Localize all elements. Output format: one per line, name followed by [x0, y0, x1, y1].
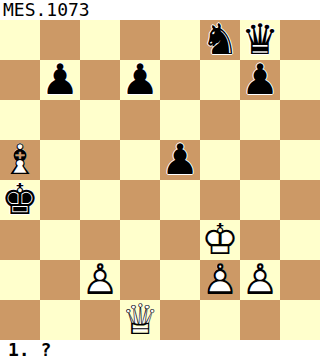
- square-g7[interactable]: ♟: [240, 60, 280, 100]
- square-e6[interactable]: [160, 100, 200, 140]
- square-a5[interactable]: ♝♗: [0, 140, 40, 180]
- square-g5[interactable]: [240, 140, 280, 180]
- square-h5[interactable]: [280, 140, 320, 180]
- square-e5[interactable]: ♟: [160, 140, 200, 180]
- piece-fill: ♚: [0, 180, 40, 220]
- square-c4[interactable]: [80, 180, 120, 220]
- piece-fill: ♟: [40, 60, 80, 100]
- square-b8[interactable]: [40, 20, 80, 60]
- piece-fill: ♟: [240, 60, 280, 100]
- square-b3[interactable]: [40, 220, 80, 260]
- square-f1[interactable]: [200, 300, 240, 340]
- square-h7[interactable]: [280, 60, 320, 100]
- square-e1[interactable]: [160, 300, 200, 340]
- square-d4[interactable]: [120, 180, 160, 220]
- square-e8[interactable]: [160, 20, 200, 60]
- piece-outline: ♙: [80, 260, 120, 300]
- black-queen[interactable]: ♛: [240, 20, 280, 60]
- piece-fill: ♚: [200, 220, 240, 260]
- square-b5[interactable]: [40, 140, 80, 180]
- black-pawn[interactable]: ♟: [160, 140, 200, 180]
- square-f3[interactable]: ♚♔: [200, 220, 240, 260]
- square-h6[interactable]: [280, 100, 320, 140]
- square-b1[interactable]: [40, 300, 80, 340]
- square-c8[interactable]: [80, 20, 120, 60]
- black-pawn[interactable]: ♟: [120, 60, 160, 100]
- square-g1[interactable]: [240, 300, 280, 340]
- square-f2[interactable]: ♟♙: [200, 260, 240, 300]
- piece-fill: ♟: [80, 260, 120, 300]
- square-h2[interactable]: [280, 260, 320, 300]
- piece-fill: ♝: [0, 140, 40, 180]
- piece-fill: ♟: [160, 140, 200, 180]
- piece-fill: ♛: [240, 20, 280, 60]
- square-a4[interactable]: ♚: [0, 180, 40, 220]
- square-c1[interactable]: [80, 300, 120, 340]
- move-prompt: 1. ?: [0, 340, 320, 360]
- square-c3[interactable]: [80, 220, 120, 260]
- square-b6[interactable]: [40, 100, 80, 140]
- square-d2[interactable]: [120, 260, 160, 300]
- square-g2[interactable]: ♟♙: [240, 260, 280, 300]
- square-b2[interactable]: [40, 260, 80, 300]
- square-e2[interactable]: [160, 260, 200, 300]
- white-queen[interactable]: ♛♕: [120, 300, 160, 340]
- piece-fill: ♞: [200, 20, 240, 60]
- piece-fill: ♟: [200, 260, 240, 300]
- square-d7[interactable]: ♟: [120, 60, 160, 100]
- square-f7[interactable]: [200, 60, 240, 100]
- square-g8[interactable]: ♛: [240, 20, 280, 60]
- square-e7[interactable]: [160, 60, 200, 100]
- square-h4[interactable]: [280, 180, 320, 220]
- piece-outline: ♙: [200, 260, 240, 300]
- puzzle-id: MES.1073: [0, 0, 320, 20]
- white-pawn[interactable]: ♟♙: [200, 260, 240, 300]
- square-g4[interactable]: [240, 180, 280, 220]
- chess-board: ♞♛♟♟♟♝♗♟♚♚♔♟♙♟♙♟♙♛♕: [0, 20, 320, 340]
- square-f4[interactable]: [200, 180, 240, 220]
- piece-fill: ♟: [120, 60, 160, 100]
- black-knight[interactable]: ♞: [200, 20, 240, 60]
- black-pawn[interactable]: ♟: [40, 60, 80, 100]
- square-g6[interactable]: [240, 100, 280, 140]
- square-d6[interactable]: [120, 100, 160, 140]
- square-a7[interactable]: [0, 60, 40, 100]
- square-e3[interactable]: [160, 220, 200, 260]
- white-bishop[interactable]: ♝♗: [0, 140, 40, 180]
- square-a8[interactable]: [0, 20, 40, 60]
- square-h3[interactable]: [280, 220, 320, 260]
- piece-outline: ♕: [120, 300, 160, 340]
- square-d3[interactable]: [120, 220, 160, 260]
- square-b7[interactable]: ♟: [40, 60, 80, 100]
- white-pawn[interactable]: ♟♙: [80, 260, 120, 300]
- piece-outline: ♗: [0, 140, 40, 180]
- square-c2[interactable]: ♟♙: [80, 260, 120, 300]
- piece-fill: ♛: [120, 300, 160, 340]
- square-a3[interactable]: [0, 220, 40, 260]
- black-king[interactable]: ♚: [0, 180, 40, 220]
- square-c7[interactable]: [80, 60, 120, 100]
- square-a1[interactable]: [0, 300, 40, 340]
- square-h8[interactable]: [280, 20, 320, 60]
- square-c6[interactable]: [80, 100, 120, 140]
- square-a2[interactable]: [0, 260, 40, 300]
- white-pawn[interactable]: ♟♙: [240, 260, 280, 300]
- square-a6[interactable]: [0, 100, 40, 140]
- square-b4[interactable]: [40, 180, 80, 220]
- square-f6[interactable]: [200, 100, 240, 140]
- square-g3[interactable]: [240, 220, 280, 260]
- square-d1[interactable]: ♛♕: [120, 300, 160, 340]
- white-king[interactable]: ♚♔: [200, 220, 240, 260]
- square-h1[interactable]: [280, 300, 320, 340]
- square-d8[interactable]: [120, 20, 160, 60]
- black-pawn[interactable]: ♟: [240, 60, 280, 100]
- piece-outline: ♔: [200, 220, 240, 260]
- piece-fill: ♟: [240, 260, 280, 300]
- square-c5[interactable]: [80, 140, 120, 180]
- square-e4[interactable]: [160, 180, 200, 220]
- square-f8[interactable]: ♞: [200, 20, 240, 60]
- square-f5[interactable]: [200, 140, 240, 180]
- square-d5[interactable]: [120, 140, 160, 180]
- piece-outline: ♙: [240, 260, 280, 300]
